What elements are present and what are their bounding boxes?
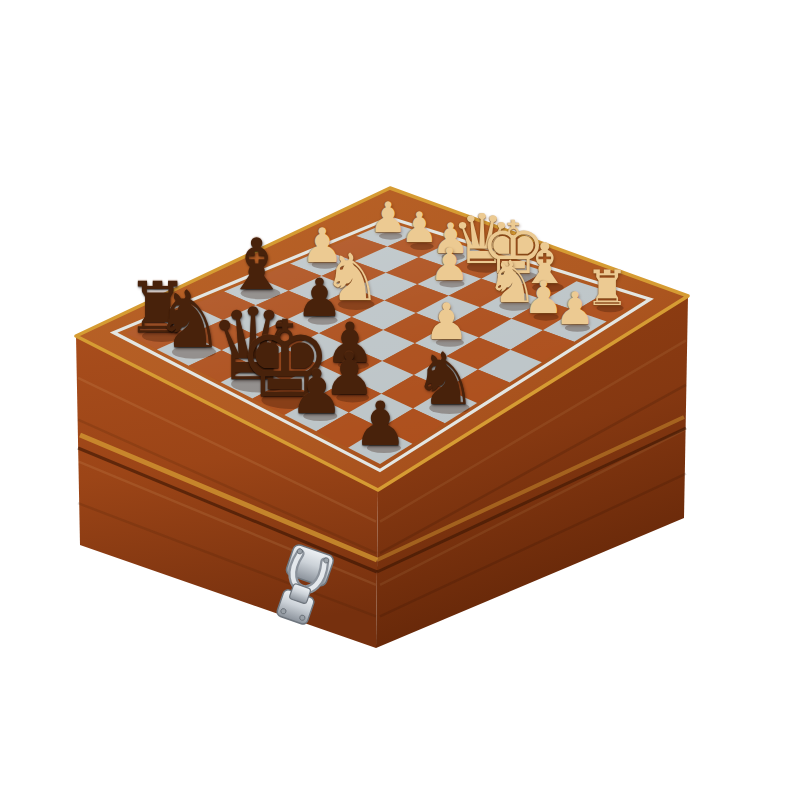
product-photo-chess-box: ♟♟♟♟♛♚♟♝♝♞♞♜♟♟♟♜♟♞♟♛♟♚♞♟♟: [0, 0, 800, 800]
black-pawn-f1[interactable]: ♟: [289, 361, 344, 422]
black-knight-h3[interactable]: ♞: [413, 343, 478, 415]
white-pawn-h7[interactable]: ♟: [555, 287, 595, 332]
black-pawn-h1[interactable]: ♟: [353, 393, 408, 454]
white-pawn-d7[interactable]: ♟: [429, 243, 469, 288]
